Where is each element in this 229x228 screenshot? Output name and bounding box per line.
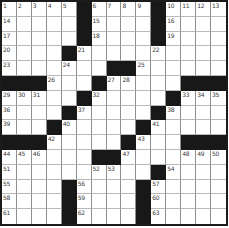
cell-r2c10[interactable] <box>136 17 151 32</box>
cell-r14c4[interactable] <box>47 194 62 209</box>
cell-r3c3[interactable] <box>32 32 47 47</box>
clue-number-20: 20 <box>3 46 10 53</box>
clue-number-50: 50 <box>212 150 219 157</box>
clue-number-42: 42 <box>48 135 55 142</box>
cell-r14c3[interactable] <box>32 194 47 209</box>
cell-r9c5[interactable]: 40 <box>62 120 77 135</box>
cell-r4c8[interactable] <box>107 46 122 61</box>
cell-r4c3[interactable] <box>32 46 47 61</box>
clue-number-55: 55 <box>3 180 10 187</box>
cell-r12c8[interactable]: 53 <box>107 165 122 180</box>
clue-number-46: 46 <box>33 150 40 157</box>
cell-r13c7[interactable] <box>92 180 107 195</box>
cell-r6c1-black <box>2 76 17 91</box>
cell-r5c1[interactable]: 23 <box>2 61 17 76</box>
cell-r3c8[interactable] <box>107 32 122 47</box>
cell-r11c6[interactable] <box>77 150 92 165</box>
clue-number-57: 57 <box>152 180 159 187</box>
clue-number-6: 6 <box>93 2 97 9</box>
cell-r5c14[interactable] <box>196 61 211 76</box>
cell-r10c6[interactable] <box>77 135 92 150</box>
cell-r9c2[interactable] <box>17 120 32 135</box>
cell-r5c12[interactable] <box>166 61 181 76</box>
cell-r5c7[interactable] <box>92 61 107 76</box>
cell-r10c3-black <box>32 135 47 150</box>
cell-r10c12[interactable] <box>166 135 181 150</box>
cell-r5c11[interactable] <box>151 61 166 76</box>
cell-r4c5-black <box>62 46 77 61</box>
cell-r7c1[interactable]: 29 <box>2 91 17 106</box>
cell-r13c6[interactable]: 56 <box>77 180 92 195</box>
cell-r7c13[interactable]: 33 <box>181 91 196 106</box>
cell-r9c15[interactable] <box>211 120 226 135</box>
cell-r9c12[interactable] <box>166 120 181 135</box>
cell-r9c14[interactable] <box>196 120 211 135</box>
cell-r8c12[interactable]: 38 <box>166 106 181 121</box>
cell-r6c6[interactable] <box>77 76 92 91</box>
cell-r7c12-black <box>166 91 181 106</box>
cell-r9c11[interactable]: 41 <box>151 120 166 135</box>
cell-r10c14-black <box>196 135 211 150</box>
cell-r15c11[interactable]: 63 <box>151 209 166 224</box>
cell-r4c12[interactable] <box>166 46 181 61</box>
cell-r2c12[interactable]: 16 <box>166 17 181 32</box>
cell-r9c8[interactable] <box>107 120 122 135</box>
cell-r5c15[interactable] <box>211 61 226 76</box>
cell-r14c10-black <box>136 194 151 209</box>
cell-r3c14[interactable] <box>196 32 211 47</box>
cell-r6c12[interactable] <box>166 76 181 91</box>
clue-number-36: 36 <box>3 106 10 113</box>
cell-r10c7[interactable] <box>92 135 107 150</box>
cell-r11c8-black <box>107 150 122 165</box>
clue-number-24: 24 <box>63 61 70 68</box>
cell-r1c14[interactable]: 12 <box>196 2 211 17</box>
cell-r4c6[interactable]: 21 <box>77 46 92 61</box>
cell-r7c9[interactable] <box>121 91 136 106</box>
clue-number-31: 31 <box>33 91 40 98</box>
cell-r12c14[interactable] <box>196 165 211 180</box>
clue-number-9: 9 <box>137 2 141 9</box>
crossword-page: 1234567891011121314151617181920212223242… <box>0 0 229 228</box>
crossword-grid: 1234567891011121314151617181920212223242… <box>0 0 228 226</box>
cell-r8c13[interactable] <box>181 106 196 121</box>
cell-r10c11[interactable] <box>151 135 166 150</box>
cell-r10c13-black <box>181 135 196 150</box>
cell-r2c5[interactable] <box>62 17 77 32</box>
clue-number-33: 33 <box>182 91 189 98</box>
cell-r10c9-black <box>121 135 136 150</box>
clue-number-32: 32 <box>93 91 100 98</box>
clue-number-60: 60 <box>152 194 159 201</box>
cell-r9c7[interactable] <box>92 120 107 135</box>
cell-r1c6-black <box>77 2 92 17</box>
cell-r11c11[interactable] <box>151 150 166 165</box>
cell-r11c9[interactable]: 47 <box>121 150 136 165</box>
cell-r10c4[interactable]: 42 <box>47 135 62 150</box>
cell-r14c14[interactable] <box>196 194 211 209</box>
clue-number-19: 19 <box>167 32 174 39</box>
cell-r4c11[interactable]: 22 <box>151 46 166 61</box>
cell-r9c3[interactable] <box>32 120 47 135</box>
cell-r1c2[interactable]: 2 <box>17 2 32 17</box>
cell-r3c11-black <box>151 32 166 47</box>
cell-r3c9[interactable] <box>121 32 136 47</box>
cell-r9c13[interactable] <box>181 120 196 135</box>
clue-number-5: 5 <box>63 2 67 9</box>
cell-r4c9[interactable] <box>121 46 136 61</box>
cell-r11c3[interactable]: 46 <box>32 150 47 165</box>
cell-r4c15[interactable] <box>211 46 226 61</box>
cell-r15c6[interactable]: 62 <box>77 209 92 224</box>
clue-number-4: 4 <box>48 2 52 9</box>
cell-r5c8-black <box>107 61 122 76</box>
cell-r14c9[interactable] <box>121 194 136 209</box>
clue-number-44: 44 <box>3 150 10 157</box>
cell-r3c15[interactable] <box>211 32 226 47</box>
clue-number-18: 18 <box>93 32 100 39</box>
clue-number-49: 49 <box>197 150 204 157</box>
clue-number-26: 26 <box>48 76 55 83</box>
cell-r5c10[interactable]: 25 <box>136 61 151 76</box>
cell-r14c1[interactable]: 58 <box>2 194 17 209</box>
cell-r13c15[interactable] <box>211 180 226 195</box>
cell-r7c7[interactable]: 32 <box>92 91 107 106</box>
clue-number-43: 43 <box>137 135 144 142</box>
cell-r8c4[interactable] <box>47 106 62 121</box>
cell-r14c2[interactable] <box>17 194 32 209</box>
clue-number-61: 61 <box>3 209 10 216</box>
cell-r3c12[interactable]: 19 <box>166 32 181 47</box>
clue-number-63: 63 <box>152 209 159 216</box>
cell-r1c4[interactable]: 4 <box>47 2 62 17</box>
cell-r12c15[interactable] <box>211 165 226 180</box>
cell-r11c4[interactable] <box>47 150 62 165</box>
clue-number-8: 8 <box>122 2 126 9</box>
clue-number-45: 45 <box>18 150 25 157</box>
clue-number-52: 52 <box>93 165 100 172</box>
cell-r7c8[interactable] <box>107 91 122 106</box>
cell-r1c7[interactable]: 6 <box>92 2 107 17</box>
clue-number-23: 23 <box>3 61 10 68</box>
clue-number-56: 56 <box>78 180 85 187</box>
cell-r10c15-black <box>211 135 226 150</box>
cell-r15c12[interactable] <box>166 209 181 224</box>
cell-r1c3[interactable]: 3 <box>32 2 47 17</box>
cell-r13c12[interactable] <box>166 180 181 195</box>
cell-r8c14[interactable] <box>196 106 211 121</box>
cell-r8c7[interactable] <box>92 106 107 121</box>
cell-r6c11[interactable] <box>151 76 166 91</box>
cell-r12c4[interactable] <box>47 165 62 180</box>
cell-r2c13[interactable] <box>181 17 196 32</box>
cell-r14c8[interactable] <box>107 194 122 209</box>
cell-r6c2-black <box>17 76 32 91</box>
cell-r13c14[interactable] <box>196 180 211 195</box>
clue-number-14: 14 <box>3 17 10 24</box>
clue-number-3: 3 <box>33 2 37 9</box>
clue-number-39: 39 <box>3 120 10 127</box>
cell-r6c8[interactable]: 27 <box>107 76 122 91</box>
cell-r15c9[interactable] <box>121 209 136 224</box>
clue-number-47: 47 <box>122 150 129 157</box>
cell-r12c6[interactable] <box>77 165 92 180</box>
clue-number-35: 35 <box>212 91 219 98</box>
cell-r12c11-black <box>151 165 166 180</box>
clue-number-25: 25 <box>137 61 144 68</box>
cell-r2c3[interactable] <box>32 17 47 32</box>
cell-r6c10[interactable] <box>136 76 151 91</box>
cell-r8c10[interactable] <box>136 106 151 121</box>
cell-r11c1[interactable]: 44 <box>2 150 17 165</box>
cell-r11c5[interactable] <box>62 150 77 165</box>
cell-r2c7[interactable]: 15 <box>92 17 107 32</box>
clue-number-37: 37 <box>78 106 85 113</box>
cell-r11c14[interactable]: 49 <box>196 150 211 165</box>
cell-r8c2[interactable] <box>17 106 32 121</box>
clue-number-17: 17 <box>3 32 10 39</box>
cell-r14c5-black <box>62 194 77 209</box>
cell-r13c9[interactable] <box>121 180 136 195</box>
cell-r1c10[interactable]: 9 <box>136 2 151 17</box>
cell-r2c6-black <box>77 17 92 32</box>
cell-r7c5[interactable] <box>62 91 77 106</box>
cell-r11c7-black <box>92 150 107 165</box>
cell-r14c15[interactable] <box>211 194 226 209</box>
clue-number-59: 59 <box>78 194 85 201</box>
cell-r2c4[interactable] <box>47 17 62 32</box>
cell-r1c8[interactable]: 7 <box>107 2 122 17</box>
clue-number-41: 41 <box>152 120 159 127</box>
clue-number-16: 16 <box>167 17 174 24</box>
cell-r10c10[interactable]: 43 <box>136 135 151 150</box>
cell-r1c12[interactable]: 10 <box>166 2 181 17</box>
clue-number-53: 53 <box>108 165 115 172</box>
cell-r1c9[interactable]: 8 <box>121 2 136 17</box>
cell-r2c2[interactable] <box>17 17 32 32</box>
cell-r1c13[interactable]: 11 <box>181 2 196 17</box>
cell-r11c2[interactable]: 45 <box>17 150 32 165</box>
clue-number-27: 27 <box>108 76 115 83</box>
cell-r12c2[interactable] <box>17 165 32 180</box>
cell-r12c7[interactable]: 52 <box>92 165 107 180</box>
cell-r4c2[interactable] <box>17 46 32 61</box>
clue-number-28: 28 <box>122 76 129 83</box>
clue-number-7: 7 <box>108 2 112 9</box>
cell-r10c2-black <box>17 135 32 150</box>
cell-r13c10-black <box>136 180 151 195</box>
cell-r15c4[interactable] <box>47 209 62 224</box>
cell-r6c14-black <box>196 76 211 91</box>
clue-number-1: 1 <box>3 2 7 9</box>
cell-r6c7-black <box>92 76 107 91</box>
cell-r4c10[interactable] <box>136 46 151 61</box>
cell-r13c8[interactable] <box>107 180 122 195</box>
cell-r3c7[interactable]: 18 <box>92 32 107 47</box>
clue-number-29: 29 <box>3 91 10 98</box>
cell-r13c2[interactable] <box>17 180 32 195</box>
clue-number-13: 13 <box>212 2 219 9</box>
cell-r7c14[interactable]: 34 <box>196 91 211 106</box>
cell-r2c8[interactable] <box>107 17 122 32</box>
cell-r12c1[interactable]: 51 <box>2 165 17 180</box>
cell-r7c6-black <box>77 91 92 106</box>
cell-r12c9[interactable] <box>121 165 136 180</box>
clue-number-48: 48 <box>182 150 189 157</box>
clue-number-30: 30 <box>18 91 25 98</box>
cell-r13c3[interactable] <box>32 180 47 195</box>
cell-r6c3-black <box>32 76 47 91</box>
cell-r13c4[interactable] <box>47 180 62 195</box>
cell-r2c14[interactable] <box>196 17 211 32</box>
cell-r1c11-black <box>151 2 166 17</box>
cell-r5c5[interactable]: 24 <box>62 61 77 76</box>
cell-r12c13[interactable] <box>181 165 196 180</box>
cell-r10c8[interactable] <box>107 135 122 150</box>
cell-r12c12[interactable]: 54 <box>166 165 181 180</box>
clue-number-40: 40 <box>63 120 70 127</box>
cell-r15c10-black <box>136 209 151 224</box>
cell-r7c4[interactable] <box>47 91 62 106</box>
cell-r11c13[interactable]: 48 <box>181 150 196 165</box>
cell-r15c13[interactable] <box>181 209 196 224</box>
cell-r5c2[interactable] <box>17 61 32 76</box>
cell-r4c14[interactable] <box>196 46 211 61</box>
cell-r5c9-black <box>121 61 136 76</box>
cell-r6c4[interactable]: 26 <box>47 76 62 91</box>
cell-r12c10[interactable] <box>136 165 151 180</box>
cell-r5c13[interactable] <box>181 61 196 76</box>
cell-r4c4[interactable] <box>47 46 62 61</box>
cell-r3c4[interactable] <box>47 32 62 47</box>
cell-r8c3[interactable] <box>32 106 47 121</box>
cell-r4c1[interactable]: 20 <box>2 46 17 61</box>
clue-number-38: 38 <box>167 106 174 113</box>
cell-r9c9[interactable] <box>121 120 136 135</box>
clue-number-51: 51 <box>3 165 10 172</box>
cell-r3c5[interactable] <box>62 32 77 47</box>
cell-r6c15-black <box>211 76 226 91</box>
cell-r2c1[interactable]: 14 <box>2 17 17 32</box>
cell-r10c5[interactable] <box>62 135 77 150</box>
clue-number-11: 11 <box>182 2 189 9</box>
cell-r3c13[interactable] <box>181 32 196 47</box>
cell-r8c1[interactable]: 36 <box>2 106 17 121</box>
cell-r14c12[interactable] <box>166 194 181 209</box>
cell-r9c4-black <box>47 120 62 135</box>
cell-r11c15[interactable]: 50 <box>211 150 226 165</box>
cell-r15c2[interactable] <box>17 209 32 224</box>
cell-r8c5-black <box>62 106 77 121</box>
cell-r14c11[interactable]: 60 <box>151 194 166 209</box>
cell-r6c13-black <box>181 76 196 91</box>
cell-r5c6[interactable] <box>77 61 92 76</box>
cell-r11c12[interactable] <box>166 150 181 165</box>
cell-r4c7[interactable] <box>92 46 107 61</box>
cell-r2c9[interactable] <box>121 17 136 32</box>
cell-r14c6[interactable]: 59 <box>77 194 92 209</box>
cell-r13c11[interactable]: 57 <box>151 180 166 195</box>
cell-r2c11-black <box>151 17 166 32</box>
cell-r12c5[interactable] <box>62 165 77 180</box>
cell-r13c5-black <box>62 180 77 195</box>
cell-r15c5-black <box>62 209 77 224</box>
clue-number-12: 12 <box>197 2 204 9</box>
cell-r11c10[interactable] <box>136 150 151 165</box>
cell-r15c8[interactable] <box>107 209 122 224</box>
cell-r13c1[interactable]: 55 <box>2 180 17 195</box>
clue-number-34: 34 <box>197 91 204 98</box>
cell-r8c9[interactable] <box>121 106 136 121</box>
cell-r15c7[interactable] <box>92 209 107 224</box>
cell-r6c5[interactable] <box>62 76 77 91</box>
cell-r1c15[interactable]: 13 <box>211 2 226 17</box>
cell-r13c13[interactable] <box>181 180 196 195</box>
clue-number-10: 10 <box>167 2 174 9</box>
cell-r8c6[interactable]: 37 <box>77 106 92 121</box>
clue-number-22: 22 <box>152 46 159 53</box>
cell-r7c10[interactable] <box>136 91 151 106</box>
cell-r15c1[interactable]: 61 <box>2 209 17 224</box>
clue-number-21: 21 <box>78 46 85 53</box>
cell-r14c13[interactable] <box>181 194 196 209</box>
cell-r3c6-black <box>77 32 92 47</box>
cell-r8c8[interactable] <box>107 106 122 121</box>
cell-r9c1[interactable]: 39 <box>2 120 17 135</box>
cell-r8c11-black <box>151 106 166 121</box>
cell-r1c5[interactable]: 5 <box>62 2 77 17</box>
cell-r7c2[interactable]: 30 <box>17 91 32 106</box>
cell-r8c15[interactable] <box>211 106 226 121</box>
cell-r9c10-black <box>136 120 151 135</box>
cell-r9c6[interactable] <box>77 120 92 135</box>
cell-r1c1[interactable]: 1 <box>2 2 17 17</box>
clue-number-2: 2 <box>18 2 22 9</box>
cell-r5c3[interactable] <box>32 61 47 76</box>
cell-r4c13[interactable] <box>181 46 196 61</box>
cell-r3c2[interactable] <box>17 32 32 47</box>
clue-number-54: 54 <box>167 165 174 172</box>
cell-r15c14[interactable] <box>196 209 211 224</box>
cell-r6c9[interactable]: 28 <box>121 76 136 91</box>
cell-r7c15[interactable]: 35 <box>211 91 226 106</box>
clue-number-62: 62 <box>78 209 85 216</box>
cell-r10c1-black <box>2 135 17 150</box>
cell-r7c11[interactable] <box>151 91 166 106</box>
clue-number-15: 15 <box>93 17 100 24</box>
cell-r7c3[interactable]: 31 <box>32 91 47 106</box>
cell-r2c15[interactable] <box>211 17 226 32</box>
clue-number-58: 58 <box>3 194 10 201</box>
cell-r12c3[interactable] <box>32 165 47 180</box>
cell-r15c15[interactable] <box>211 209 226 224</box>
cell-r3c10[interactable] <box>136 32 151 47</box>
cell-r15c3[interactable] <box>32 209 47 224</box>
cell-r3c1[interactable]: 17 <box>2 32 17 47</box>
cell-r14c7[interactable] <box>92 194 107 209</box>
cell-r5c4[interactable] <box>47 61 62 76</box>
